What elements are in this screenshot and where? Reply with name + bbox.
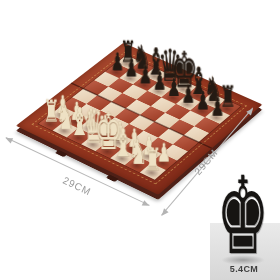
black-king-icon: ♚	[217, 163, 270, 270]
king-height-label: 5.4CM	[230, 264, 259, 274]
product-photo: ♜♞♝♛♚♝♞♜♟♟♟♟♟♟♟♟♟♟♟♟♟♟♟♟♜♞♝♛♚♝♞♜ 29CM 29…	[0, 0, 280, 280]
hinge-latch	[55, 150, 68, 157]
width-dimension-label: 29CM	[61, 175, 93, 198]
hinge-latch	[106, 175, 119, 183]
